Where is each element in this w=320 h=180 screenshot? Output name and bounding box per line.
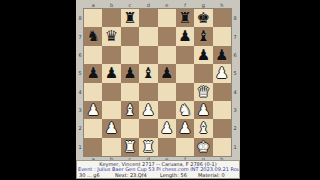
black-pawn: ♟ — [121, 64, 139, 82]
square-f1 — [176, 138, 194, 156]
black-king: ♚ — [194, 9, 212, 27]
white-pawn: ♟ — [102, 119, 120, 137]
black-pawn: ♟ — [84, 64, 102, 82]
square-b7: ♛ — [102, 27, 120, 45]
square-a4 — [84, 83, 102, 101]
square-h5: ♟ — [213, 64, 231, 82]
file-labels-top: abcdefgh — [84, 2, 231, 8]
square-d4 — [139, 83, 157, 101]
coord-label-5: 5 — [231, 64, 239, 82]
square-h8 — [213, 9, 231, 27]
coord-label-b: b — [102, 2, 120, 8]
square-h1 — [213, 138, 231, 156]
coord-label-1: 1 — [76, 138, 84, 156]
coord-label-a: a — [84, 2, 102, 8]
coord-label-f: f — [176, 2, 194, 8]
white-pawn: ♟ — [139, 101, 157, 119]
square-b6 — [102, 46, 120, 64]
square-f5 — [176, 64, 194, 82]
coord-label-h: h — [213, 2, 231, 8]
square-h2 — [213, 119, 231, 137]
square-g7: ♝ — [194, 27, 212, 45]
coord-label-1: 1 — [231, 138, 239, 156]
rank-labels-left: 87654321 — [76, 9, 84, 156]
square-a5: ♟ — [84, 64, 102, 82]
coord-label-8: 8 — [76, 9, 84, 27]
black-bishop: ♝ — [194, 27, 212, 45]
white-knight: ♞ — [176, 101, 194, 119]
square-d2 — [139, 119, 157, 137]
square-e7 — [158, 27, 176, 45]
video-frame: { "game": "chess", "position": { "fen": … — [0, 0, 320, 180]
black-pawn: ♟ — [176, 27, 194, 45]
black-queen: ♛ — [102, 27, 120, 45]
square-g3: ♟ — [194, 101, 212, 119]
next-move-text: Next: 23.Qf4 — [115, 173, 160, 179]
square-e6 — [158, 46, 176, 64]
coord-label-6: 6 — [231, 46, 239, 64]
square-g1: ♚ — [194, 138, 212, 156]
square-a2 — [84, 119, 102, 137]
square-f2: ♟ — [176, 119, 194, 137]
coord-label-8: 8 — [231, 9, 239, 27]
diagram-panel: abcdefgh 87654321 87654321 ♜♜♚♞♛♟♝♟♟♟♟♟♝… — [76, 0, 240, 177]
square-c3: ♝ — [121, 101, 139, 119]
coord-label-6: 6 — [76, 46, 84, 64]
square-b3 — [102, 101, 120, 119]
square-e8 — [158, 9, 176, 27]
square-a1 — [84, 138, 102, 156]
square-a6 — [84, 46, 102, 64]
square-b5: ♟ — [102, 64, 120, 82]
white-bishop: ♝ — [121, 101, 139, 119]
square-g4: ♛ — [194, 83, 212, 101]
white-pawn: ♟ — [84, 101, 102, 119]
square-f4 — [176, 83, 194, 101]
coord-label-e: e — [158, 2, 176, 8]
square-g2: ♝ — [194, 119, 212, 137]
black-pawn: ♟ — [158, 64, 176, 82]
white-pawn: ♟ — [176, 119, 194, 137]
square-a7: ♞ — [84, 27, 102, 45]
square-d7 — [139, 27, 157, 45]
square-c2 — [121, 119, 139, 137]
black-rook: ♜ — [176, 9, 194, 27]
square-b8 — [102, 9, 120, 27]
black-bishop: ♝ — [139, 64, 157, 82]
square-h4 — [213, 83, 231, 101]
square-d6 — [139, 46, 157, 64]
square-b1 — [102, 138, 120, 156]
square-c6 — [121, 46, 139, 64]
coord-label-5: 5 — [76, 64, 84, 82]
rank-labels-right: 87654321 — [231, 9, 239, 156]
last-move-text: 30 ... g6 — [79, 173, 115, 179]
square-b4 — [102, 83, 120, 101]
square-c5: ♟ — [121, 64, 139, 82]
square-d3: ♟ — [139, 101, 157, 119]
white-queen: ♛ — [194, 83, 212, 101]
square-a8 — [84, 9, 102, 27]
square-f7: ♟ — [176, 27, 194, 45]
black-knight: ♞ — [84, 27, 102, 45]
game-length-text: Length: 56 — [160, 173, 198, 179]
black-pawn: ♟ — [213, 46, 231, 64]
coord-label-3: 3 — [76, 101, 84, 119]
white-pawn: ♟ — [213, 64, 231, 82]
square-c4 — [121, 83, 139, 101]
square-f3: ♞ — [176, 101, 194, 119]
white-pawn: ♟ — [194, 101, 212, 119]
coord-label-g: g — [194, 2, 212, 8]
square-f6 — [176, 46, 194, 64]
square-d8 — [139, 9, 157, 27]
black-pawn: ♟ — [102, 64, 120, 82]
coord-label-4: 4 — [76, 83, 84, 101]
caption-box: Keymer, Vincent 2717 -- Caruana, F 2786 … — [76, 160, 240, 179]
coord-label-c: c — [121, 2, 139, 8]
square-c1: ♜ — [121, 138, 139, 156]
white-rook: ♜ — [121, 138, 139, 156]
square-e2: ♟ — [158, 119, 176, 137]
square-h7 — [213, 27, 231, 45]
square-a3: ♟ — [84, 101, 102, 119]
square-h3 — [213, 101, 231, 119]
white-king: ♚ — [194, 138, 212, 156]
black-rook: ♜ — [121, 9, 139, 27]
material-balance-text: Material: 0 — [198, 173, 239, 179]
coord-label-2: 2 — [76, 119, 84, 137]
white-rook: ♜ — [139, 138, 157, 156]
square-c8: ♜ — [121, 9, 139, 27]
square-g5 — [194, 64, 212, 82]
coord-label-3: 3 — [231, 101, 239, 119]
square-d5: ♝ — [139, 64, 157, 82]
square-e5: ♟ — [158, 64, 176, 82]
square-e1 — [158, 138, 176, 156]
square-d1: ♜ — [139, 138, 157, 156]
square-e4 — [158, 83, 176, 101]
coord-label-d: d — [139, 2, 157, 8]
coord-label-2: 2 — [231, 119, 239, 137]
white-bishop: ♝ — [194, 119, 212, 137]
white-pawn: ♟ — [158, 119, 176, 137]
coord-label-7: 7 — [231, 27, 239, 45]
square-h6: ♟ — [213, 46, 231, 64]
coord-label-7: 7 — [76, 27, 84, 45]
square-c7 — [121, 27, 139, 45]
coord-label-4: 4 — [231, 83, 239, 101]
square-g6: ♟ — [194, 46, 212, 64]
chess-board: ♜♜♚♞♛♟♝♟♟♟♟♟♝♟♟♛♟♝♟♞♟♟♟♟♝♜♜♚ — [84, 9, 231, 156]
square-e3 — [158, 101, 176, 119]
square-b2: ♟ — [102, 119, 120, 137]
square-f8: ♜ — [176, 9, 194, 27]
square-g8: ♚ — [194, 9, 212, 27]
black-pawn: ♟ — [194, 46, 212, 64]
status-line: 30 ... g6 Next: 23.Qf4 Length: 56 Materi… — [77, 173, 239, 179]
